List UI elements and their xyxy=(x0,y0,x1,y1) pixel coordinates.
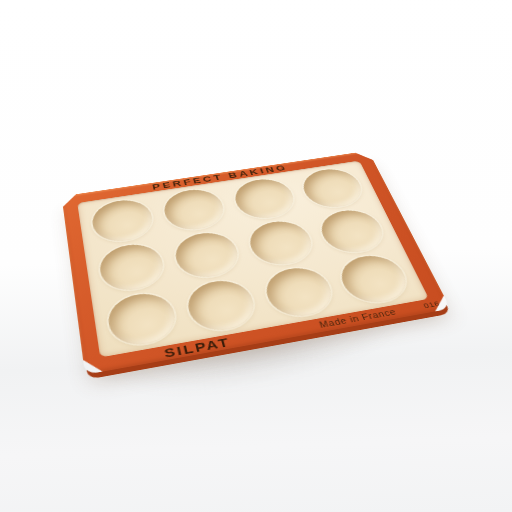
muffin-cup xyxy=(244,218,318,269)
product-photo-scene: PERFECT BAKING SILPAT Made in France 016 xyxy=(0,0,512,512)
muffin-cup xyxy=(171,229,243,281)
muffin-cup xyxy=(315,207,390,257)
muffin-cup xyxy=(297,166,368,211)
muffin-cup xyxy=(260,264,338,321)
muffin-cup xyxy=(105,289,180,349)
muffin-cup xyxy=(183,277,260,335)
muffin-cup xyxy=(334,252,414,307)
muffin-cup xyxy=(97,241,167,295)
batch-code-text: 016 xyxy=(421,297,443,312)
muffin-cup xyxy=(89,197,155,245)
muffin-cup xyxy=(161,186,229,233)
muffin-cup xyxy=(230,176,300,222)
